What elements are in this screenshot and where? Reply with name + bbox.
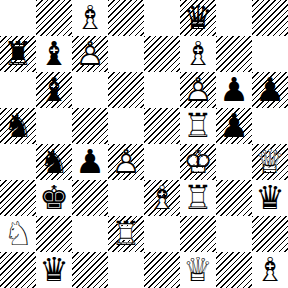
square-d6[interactable]	[108, 72, 144, 108]
square-b2[interactable]	[36, 216, 72, 252]
square-a3[interactable]	[0, 180, 36, 216]
white-bishop-piece: ♝♗	[144, 180, 180, 216]
square-f3[interactable]: ♜♖	[180, 180, 216, 216]
piece-outline-glyph: ♙	[180, 72, 216, 108]
square-e4[interactable]	[144, 144, 180, 180]
square-b6[interactable]: ♝	[36, 72, 72, 108]
square-e1[interactable]	[144, 252, 180, 288]
square-f6[interactable]: ♟♙	[180, 72, 216, 108]
square-g1[interactable]	[216, 252, 252, 288]
square-e7[interactable]	[144, 36, 180, 72]
square-g4[interactable]	[216, 144, 252, 180]
square-c1[interactable]	[72, 252, 108, 288]
square-b8[interactable]	[36, 0, 72, 36]
square-d5[interactable]	[108, 108, 144, 144]
piece-outline-glyph: ♗	[252, 252, 288, 288]
white-pawn-piece: ♟♙	[72, 36, 108, 72]
square-a5[interactable]: ♞	[0, 108, 36, 144]
square-d2[interactable]: ♜♖	[108, 216, 144, 252]
square-d3[interactable]	[108, 180, 144, 216]
square-e6[interactable]	[144, 72, 180, 108]
square-a6[interactable]	[0, 72, 36, 108]
square-c5[interactable]	[72, 108, 108, 144]
white-pawn-piece: ♟♙	[108, 144, 144, 180]
square-c3[interactable]	[72, 180, 108, 216]
square-h6[interactable]: ♟	[252, 72, 288, 108]
white-bishop-piece: ♝♗	[180, 36, 216, 72]
square-h5[interactable]	[252, 108, 288, 144]
black-rook-piece: ♜	[0, 36, 36, 72]
white-king-piece: ♚♔	[180, 144, 216, 180]
square-f1[interactable]: ♛♕	[180, 252, 216, 288]
square-c2[interactable]	[72, 216, 108, 252]
square-f2[interactable]	[180, 216, 216, 252]
square-d8[interactable]	[108, 0, 144, 36]
square-b5[interactable]	[36, 108, 72, 144]
square-b7[interactable]: ♝	[36, 36, 72, 72]
square-c4[interactable]: ♟	[72, 144, 108, 180]
piece-outline-glyph: ♙	[72, 36, 108, 72]
white-bishop-piece: ♝♗	[252, 252, 288, 288]
piece-outline-glyph: ♗	[144, 180, 180, 216]
square-f4[interactable]: ♚♔	[180, 144, 216, 180]
white-rook-piece: ♜♖	[180, 108, 216, 144]
square-d7[interactable]	[108, 36, 144, 72]
square-b3[interactable]: ♚	[36, 180, 72, 216]
piece-outline-glyph: ♕	[180, 252, 216, 288]
square-f7[interactable]: ♝♗	[180, 36, 216, 72]
square-e3[interactable]: ♝♗	[144, 180, 180, 216]
square-e2[interactable]	[144, 216, 180, 252]
square-h7[interactable]	[252, 36, 288, 72]
square-c6[interactable]	[72, 72, 108, 108]
black-pawn-piece: ♟	[216, 108, 252, 144]
square-c8[interactable]: ♝♗	[72, 0, 108, 36]
black-king-piece: ♚	[36, 180, 72, 216]
square-e8[interactable]	[144, 0, 180, 36]
square-g8[interactable]	[216, 0, 252, 36]
square-g5[interactable]: ♟	[216, 108, 252, 144]
square-d4[interactable]: ♟♙	[108, 144, 144, 180]
square-a7[interactable]: ♜	[0, 36, 36, 72]
piece-outline-glyph: ♖	[180, 180, 216, 216]
black-pawn-piece: ♟	[216, 72, 252, 108]
square-a2[interactable]: ♞♘	[0, 216, 36, 252]
black-queen-piece: ♛	[36, 252, 72, 288]
white-rook-piece: ♜♖	[108, 216, 144, 252]
white-rook-piece: ♜♖	[180, 180, 216, 216]
square-b1[interactable]: ♛	[36, 252, 72, 288]
piece-outline-glyph: ♙	[108, 144, 144, 180]
black-knight-piece: ♞	[0, 108, 36, 144]
square-g3[interactable]	[216, 180, 252, 216]
black-knight-piece: ♞	[36, 144, 72, 180]
square-d1[interactable]	[108, 252, 144, 288]
square-a4[interactable]	[0, 144, 36, 180]
black-queen-piece: ♛	[180, 0, 216, 36]
square-a1[interactable]	[0, 252, 36, 288]
square-b4[interactable]: ♞	[36, 144, 72, 180]
piece-outline-glyph: ♔	[180, 144, 216, 180]
square-h3[interactable]: ♛	[252, 180, 288, 216]
square-c7[interactable]: ♟♙	[72, 36, 108, 72]
white-queen-piece: ♛♕	[180, 252, 216, 288]
piece-outline-glyph: ♘	[0, 216, 36, 252]
piece-outline-glyph: ♖	[108, 216, 144, 252]
white-queen-piece: ♛♕	[252, 144, 288, 180]
square-h2[interactable]	[252, 216, 288, 252]
square-f5[interactable]: ♜♖	[180, 108, 216, 144]
black-queen-piece: ♛	[252, 180, 288, 216]
square-a8[interactable]	[0, 0, 36, 36]
white-knight-piece: ♞♘	[0, 216, 36, 252]
chess-board: ♝♗♛♜♝♟♙♝♗♝♟♙♟♟♞♜♖♟♞♟♟♙♚♔♛♕♚♝♗♜♖♛♞♘♜♖♛♛♕♝…	[0, 0, 288, 288]
black-pawn-piece: ♟	[252, 72, 288, 108]
square-g7[interactable]	[216, 36, 252, 72]
square-h1[interactable]: ♝♗	[252, 252, 288, 288]
square-f8[interactable]: ♛	[180, 0, 216, 36]
black-bishop-piece: ♝	[36, 36, 72, 72]
square-g2[interactable]	[216, 216, 252, 252]
square-g6[interactable]: ♟	[216, 72, 252, 108]
piece-outline-glyph: ♗	[180, 36, 216, 72]
square-e5[interactable]	[144, 108, 180, 144]
white-pawn-piece: ♟♙	[180, 72, 216, 108]
black-bishop-piece: ♝	[36, 72, 72, 108]
white-bishop-piece: ♝♗	[72, 0, 108, 36]
square-h4[interactable]: ♛♕	[252, 144, 288, 180]
piece-outline-glyph: ♗	[72, 0, 108, 36]
black-pawn-piece: ♟	[72, 144, 108, 180]
square-h8[interactable]	[252, 0, 288, 36]
piece-outline-glyph: ♖	[180, 108, 216, 144]
piece-outline-glyph: ♕	[252, 144, 288, 180]
